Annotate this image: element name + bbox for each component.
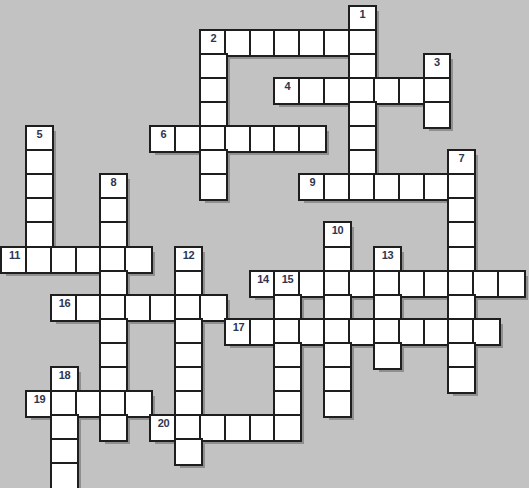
- crossword-cell[interactable]: [176, 272, 201, 296]
- crossword-cell[interactable]: [101, 223, 126, 248]
- crossword-cell[interactable]: [176, 344, 201, 368]
- crossword-cell[interactable]: [375, 344, 400, 368]
- clue-number: 6: [151, 128, 176, 140]
- crossword-cell[interactable]: 1: [350, 7, 375, 31]
- crossword-cell[interactable]: [201, 175, 226, 199]
- clue-number: 9: [300, 176, 325, 188]
- crossword-cell[interactable]: [425, 79, 449, 103]
- crossword-cell[interactable]: [176, 127, 201, 151]
- crossword-cell[interactable]: [176, 416, 201, 440]
- crossword-cell[interactable]: [325, 31, 350, 55]
- crossword-cell[interactable]: [101, 320, 126, 344]
- clue-number: 16: [52, 297, 77, 309]
- crossword-cell[interactable]: [101, 416, 126, 440]
- crossword-cell[interactable]: [325, 175, 350, 199]
- crossword-cell[interactable]: [27, 175, 52, 199]
- crossword-cell[interactable]: [350, 320, 375, 344]
- crossword-cell[interactable]: [400, 272, 425, 296]
- crossword-cell[interactable]: [350, 151, 375, 175]
- crossword-cell[interactable]: [350, 55, 375, 79]
- crossword-cell[interactable]: 11: [2, 248, 27, 272]
- crossword-cell[interactable]: 10: [325, 223, 350, 248]
- clue-number: 7: [449, 152, 474, 164]
- crossword-board: 1234567891011121314151617181920: [0, 0, 529, 488]
- crossword-cell[interactable]: [325, 392, 350, 416]
- crossword-cell[interactable]: [226, 416, 251, 440]
- clue-number: 19: [27, 393, 52, 405]
- crossword-cell[interactable]: [275, 368, 300, 392]
- crossword-cell[interactable]: [350, 272, 375, 296]
- crossword-cell[interactable]: 2: [201, 31, 226, 55]
- crossword-cell[interactable]: [350, 127, 375, 151]
- crossword-cell[interactable]: [325, 344, 350, 368]
- crossword-cell[interactable]: [176, 368, 201, 392]
- crossword-cell[interactable]: [27, 223, 52, 248]
- crossword-cell[interactable]: [400, 175, 425, 199]
- crossword-cell[interactable]: [201, 55, 226, 79]
- crossword-cell[interactable]: [101, 248, 126, 272]
- crossword-cell[interactable]: [300, 79, 325, 103]
- crossword-cell[interactable]: 17: [226, 320, 251, 344]
- crossword-cell[interactable]: [176, 296, 201, 320]
- crossword-cell[interactable]: [300, 31, 325, 55]
- crossword-cell[interactable]: [101, 199, 126, 223]
- crossword-cell[interactable]: [251, 31, 275, 55]
- crossword-cell[interactable]: [226, 127, 251, 151]
- crossword-cell[interactable]: [300, 320, 325, 344]
- crossword-cell[interactable]: [449, 272, 474, 296]
- crossword-cell[interactable]: [449, 368, 474, 392]
- clue-number: 12: [176, 249, 201, 261]
- clue-number: 4: [275, 80, 300, 92]
- clue-number: 14: [251, 273, 275, 285]
- clue-number: 10: [325, 224, 350, 236]
- crossword-cell[interactable]: [375, 272, 400, 296]
- crossword-cell[interactable]: [27, 151, 52, 175]
- crossword-cell[interactable]: [101, 344, 126, 368]
- crossword-cell[interactable]: [52, 440, 77, 464]
- crossword-cell[interactable]: [350, 175, 375, 199]
- crossword-cell[interactable]: 13: [375, 248, 400, 272]
- crossword-cell[interactable]: 7: [449, 151, 474, 175]
- crossword-cell[interactable]: [201, 151, 226, 175]
- crossword-cell[interactable]: [325, 296, 350, 320]
- crossword-cell[interactable]: [176, 392, 201, 416]
- crossword-cell[interactable]: [27, 199, 52, 223]
- crossword-cell[interactable]: [275, 344, 300, 368]
- crossword-cell[interactable]: [201, 103, 226, 127]
- clue-number: 1: [350, 8, 375, 20]
- crossword-cell[interactable]: [325, 272, 350, 296]
- clue-number: 18: [52, 369, 77, 381]
- crossword-cell[interactable]: [449, 223, 474, 248]
- crossword-cell[interactable]: [350, 103, 375, 127]
- crossword-cell[interactable]: [425, 103, 449, 127]
- clue-number: 5: [27, 128, 52, 140]
- crossword-cell[interactable]: [449, 320, 474, 344]
- crossword-cell[interactable]: [449, 199, 474, 223]
- crossword-cell[interactable]: [400, 79, 425, 103]
- clue-number: 13: [375, 249, 400, 261]
- crossword-cell[interactable]: 6: [151, 127, 176, 151]
- crossword-cell[interactable]: [449, 344, 474, 368]
- crossword-cell[interactable]: [275, 31, 300, 55]
- crossword-cell[interactable]: [449, 248, 474, 272]
- crossword-cell[interactable]: [201, 127, 226, 151]
- crossword-cell[interactable]: 16: [52, 296, 77, 320]
- crossword-cell[interactable]: [151, 296, 176, 320]
- crossword-cell[interactable]: [201, 416, 226, 440]
- clue-number: 15: [275, 273, 300, 285]
- crossword-cell[interactable]: [375, 175, 400, 199]
- crossword-cell[interactable]: [101, 392, 126, 416]
- crossword-cell[interactable]: [275, 127, 300, 151]
- crossword-cell[interactable]: [52, 248, 77, 272]
- crossword-cell[interactable]: [77, 296, 101, 320]
- crossword-cell[interactable]: [449, 175, 474, 199]
- crossword-cell[interactable]: [52, 464, 77, 488]
- crossword-cell[interactable]: 18: [52, 368, 77, 392]
- crossword-cell[interactable]: [300, 127, 325, 151]
- crossword-cell[interactable]: 19: [27, 392, 52, 416]
- crossword-cell[interactable]: [425, 272, 449, 296]
- crossword-cell[interactable]: [176, 440, 201, 464]
- crossword-cell[interactable]: [251, 320, 275, 344]
- crossword-cell[interactable]: [425, 320, 449, 344]
- crossword-cell[interactable]: [325, 320, 350, 344]
- crossword-cell[interactable]: [101, 296, 126, 320]
- crossword-cell[interactable]: [300, 272, 325, 296]
- crossword-cell[interactable]: [350, 31, 375, 55]
- crossword-cell[interactable]: [275, 296, 300, 320]
- crossword-cell[interactable]: [325, 79, 350, 103]
- clue-number: 20: [151, 417, 176, 429]
- clue-number: 17: [226, 321, 251, 333]
- crossword-cell[interactable]: [52, 392, 77, 416]
- crossword-cell[interactable]: [325, 248, 350, 272]
- crossword-cell[interactable]: [52, 416, 77, 440]
- crossword-cell[interactable]: 20: [151, 416, 176, 440]
- clue-number: 8: [101, 176, 126, 188]
- crossword-cell[interactable]: [275, 416, 300, 440]
- crossword-cell[interactable]: [325, 368, 350, 392]
- crossword-cell[interactable]: [375, 296, 400, 320]
- crossword-cell[interactable]: [474, 320, 499, 344]
- crossword-cell[interactable]: [375, 320, 400, 344]
- crossword-cell[interactable]: [425, 175, 449, 199]
- crossword-cell[interactable]: [226, 31, 251, 55]
- crossword-cell[interactable]: 14: [251, 272, 275, 296]
- crossword-cell[interactable]: [499, 272, 524, 296]
- crossword-cell[interactable]: [251, 416, 275, 440]
- crossword-cell[interactable]: [126, 248, 151, 272]
- crossword-cell[interactable]: [474, 272, 499, 296]
- crossword-cell[interactable]: [77, 392, 101, 416]
- crossword-cell[interactable]: [201, 79, 226, 103]
- crossword-cell[interactable]: 4: [275, 79, 300, 103]
- crossword-cell[interactable]: [375, 79, 400, 103]
- crossword-cell[interactable]: [275, 392, 300, 416]
- crossword-cell[interactable]: 8: [101, 175, 126, 199]
- crossword-cell[interactable]: [400, 320, 425, 344]
- crossword-cell[interactable]: 15: [275, 272, 300, 296]
- crossword-cell[interactable]: [101, 368, 126, 392]
- crossword-cell[interactable]: [275, 320, 300, 344]
- crossword-cell[interactable]: [126, 296, 151, 320]
- crossword-cell[interactable]: [176, 320, 201, 344]
- crossword-cell[interactable]: [77, 248, 101, 272]
- clue-number: 2: [201, 32, 226, 44]
- crossword-cell[interactable]: 5: [27, 127, 52, 151]
- crossword-cell[interactable]: 9: [300, 175, 325, 199]
- crossword-cell[interactable]: [201, 296, 226, 320]
- crossword-cell[interactable]: [101, 272, 126, 296]
- crossword-cell[interactable]: [126, 392, 151, 416]
- crossword-cell[interactable]: [449, 296, 474, 320]
- crossword-cell[interactable]: 12: [176, 248, 201, 272]
- clue-number: 11: [2, 249, 27, 261]
- crossword-cell[interactable]: [251, 127, 275, 151]
- crossword-cell[interactable]: [350, 79, 375, 103]
- crossword-cell[interactable]: 3: [425, 55, 449, 79]
- crossword-cell[interactable]: [27, 248, 52, 272]
- clue-number: 3: [425, 56, 449, 68]
